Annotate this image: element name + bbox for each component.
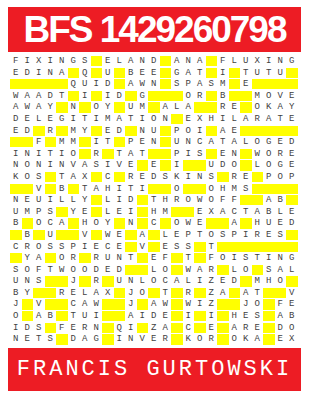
author-name: FRANCIS GURTOWSKI bbox=[17, 357, 292, 382]
grid-cell: R bbox=[56, 288, 68, 298]
grid-cell: L bbox=[137, 276, 149, 286]
block-cell bbox=[22, 79, 34, 89]
grid-cell: X bbox=[206, 207, 218, 217]
grid-cell: T bbox=[56, 91, 68, 101]
grid-cell: A bbox=[33, 253, 45, 263]
grid-cell: O bbox=[206, 195, 218, 205]
grid-cell: P bbox=[33, 207, 45, 217]
block-cell bbox=[171, 114, 183, 124]
block-cell bbox=[91, 230, 103, 240]
grid-cell: I bbox=[45, 56, 57, 66]
grid-cell: I bbox=[102, 91, 114, 101]
block-cell bbox=[206, 68, 218, 78]
block-cell bbox=[263, 126, 275, 136]
block-cell bbox=[286, 184, 298, 194]
block-cell bbox=[114, 288, 126, 298]
block-cell bbox=[148, 91, 160, 101]
grid-cell: I bbox=[183, 311, 195, 321]
book-cover: { "page": { "title": "BFS 1429260798", "… bbox=[0, 0, 309, 400]
grid-cell: B bbox=[286, 311, 298, 321]
grid-cell: R bbox=[194, 91, 206, 101]
block-cell bbox=[194, 253, 206, 263]
grid-cell: V bbox=[286, 288, 298, 298]
grid-cell: Z bbox=[206, 276, 218, 286]
grid-cell: D bbox=[148, 172, 160, 182]
grid-cell: M bbox=[252, 91, 264, 101]
grid-cell: O bbox=[22, 160, 34, 170]
block-cell bbox=[194, 102, 206, 112]
block-cell bbox=[137, 265, 149, 275]
grid-cell: T bbox=[240, 207, 252, 217]
grid-cell: E bbox=[217, 276, 229, 286]
grid-cell: N bbox=[56, 56, 68, 66]
grid-cell: O bbox=[91, 102, 103, 112]
grid-cell: E bbox=[10, 126, 22, 136]
grid-cell: I bbox=[137, 114, 149, 124]
grid-cell: D bbox=[10, 114, 22, 124]
grid-cell: P bbox=[286, 172, 298, 182]
block-cell bbox=[160, 137, 172, 147]
grid-cell: I bbox=[102, 160, 114, 170]
grid-cell: E bbox=[22, 195, 34, 205]
block-cell bbox=[240, 149, 252, 159]
block-cell bbox=[114, 172, 126, 182]
grid-cell: E bbox=[206, 323, 218, 333]
grid-cell: A bbox=[56, 68, 68, 78]
grid-cell: U bbox=[114, 276, 126, 286]
grid-cell: E bbox=[286, 149, 298, 159]
grid-cell: I bbox=[137, 311, 149, 321]
grid-cell: M bbox=[68, 126, 80, 136]
grid-cell: I bbox=[114, 184, 126, 194]
block-cell bbox=[275, 126, 287, 136]
grid-cell: I bbox=[183, 149, 195, 159]
grid-cell: A bbox=[240, 288, 252, 298]
grid-cell: S bbox=[91, 160, 103, 170]
block-cell bbox=[56, 311, 68, 321]
grid-cell: A bbox=[160, 102, 172, 112]
grid-cell: J bbox=[125, 288, 137, 298]
grid-cell: O bbox=[206, 230, 218, 240]
grid-cell: M bbox=[229, 184, 241, 194]
grid-cell: A bbox=[217, 288, 229, 298]
block-cell bbox=[160, 149, 172, 159]
grid-cell: E bbox=[263, 230, 275, 240]
grid-cell: H bbox=[263, 276, 275, 286]
grid-cell: K bbox=[10, 172, 22, 182]
grid-cell: E bbox=[91, 242, 103, 252]
grid-cell: A bbox=[229, 218, 241, 228]
grid-cell: E bbox=[22, 334, 34, 344]
block-cell bbox=[171, 207, 183, 217]
grid-cell: F bbox=[229, 195, 241, 205]
grid-cell: E bbox=[229, 102, 241, 112]
grid-cell: M bbox=[56, 137, 68, 147]
block-cell bbox=[56, 126, 68, 136]
grid-cell: U bbox=[45, 230, 57, 240]
block-cell bbox=[91, 56, 103, 66]
grid-cell: O bbox=[263, 160, 275, 170]
block-cell bbox=[286, 79, 298, 89]
grid-cell: V bbox=[33, 299, 45, 309]
block-cell bbox=[160, 184, 172, 194]
grid-cell: S bbox=[10, 265, 22, 275]
grid-cell: A bbox=[252, 207, 264, 217]
block-cell bbox=[125, 230, 137, 240]
grid-cell: N bbox=[137, 126, 149, 136]
grid-cell: X bbox=[194, 114, 206, 124]
grid-cell: A bbox=[275, 265, 287, 275]
grid-cell: J bbox=[125, 299, 137, 309]
grid-cell: R bbox=[45, 126, 57, 136]
grid-cell: R bbox=[91, 276, 103, 286]
grid-cell: A bbox=[171, 276, 183, 286]
grid-cell: T bbox=[206, 242, 218, 252]
block-cell bbox=[183, 160, 195, 170]
grid-cell: J bbox=[10, 299, 22, 309]
grid-cell: N bbox=[114, 253, 126, 263]
grid-cell: M bbox=[22, 207, 34, 217]
grid-cell: C bbox=[194, 137, 206, 147]
grid-cell: O bbox=[148, 114, 160, 124]
grid-cell: Y bbox=[79, 126, 91, 136]
block-cell bbox=[45, 253, 57, 263]
block-cell bbox=[148, 184, 160, 194]
grid-cell: E bbox=[148, 334, 160, 344]
grid-cell: R bbox=[240, 323, 252, 333]
block-cell bbox=[263, 79, 275, 89]
grid-cell: S bbox=[171, 242, 183, 252]
block-cell bbox=[10, 253, 22, 263]
block-cell bbox=[263, 184, 275, 194]
grid-cell: I bbox=[194, 276, 206, 286]
grid-cell: T bbox=[33, 334, 45, 344]
block-cell bbox=[206, 91, 218, 101]
block-cell bbox=[125, 126, 137, 136]
grid-cell: A bbox=[33, 311, 45, 321]
grid-cell: V bbox=[275, 91, 287, 101]
grid-cell: S bbox=[56, 242, 68, 252]
grid-cell: W bbox=[137, 79, 149, 89]
block-cell bbox=[33, 230, 45, 240]
grid-cell: B bbox=[10, 288, 22, 298]
grid-cell: A bbox=[125, 79, 137, 89]
grid-cell: N bbox=[160, 114, 172, 124]
grid-cell: C bbox=[148, 218, 160, 228]
grid-cell: U bbox=[125, 102, 137, 112]
grid-cell: B bbox=[45, 311, 57, 321]
block-cell bbox=[91, 91, 103, 101]
grid-cell: T bbox=[68, 311, 80, 321]
block-cell bbox=[56, 299, 68, 309]
grid-cell: E bbox=[286, 91, 298, 101]
grid-cell: G bbox=[286, 253, 298, 263]
grid-cell: J bbox=[68, 276, 80, 286]
grid-cell: O bbox=[217, 253, 229, 263]
grid-cell: B bbox=[22, 230, 34, 240]
grid-cell: R bbox=[229, 172, 241, 182]
grid-cell: N bbox=[275, 253, 287, 263]
grid-cell: E bbox=[137, 172, 149, 182]
block-cell bbox=[171, 334, 183, 344]
grid-cell: O bbox=[263, 91, 275, 101]
grid-cell: R bbox=[91, 253, 103, 263]
grid-cell: R bbox=[171, 195, 183, 205]
grid-cell: L bbox=[56, 195, 68, 205]
grid-cell: D bbox=[22, 323, 34, 333]
grid-cell: P bbox=[171, 126, 183, 136]
grid-cell: E bbox=[240, 311, 252, 321]
grid-cell: D bbox=[148, 56, 160, 66]
block-cell bbox=[102, 276, 114, 286]
grid-cell: E bbox=[45, 114, 57, 124]
grid-cell: M bbox=[68, 137, 80, 147]
grid-cell: D bbox=[102, 79, 114, 89]
grid-cell: A bbox=[229, 323, 241, 333]
grid-cell: I bbox=[68, 114, 80, 124]
grid-cell: L bbox=[160, 230, 172, 240]
block-cell bbox=[194, 242, 206, 252]
grid-cell: Y bbox=[22, 253, 34, 263]
grid-cell: L bbox=[171, 102, 183, 112]
grid-cell: B bbox=[275, 195, 287, 205]
grid-cell: O bbox=[252, 102, 264, 112]
block-cell bbox=[114, 137, 126, 147]
grid-cell: L bbox=[183, 276, 195, 286]
grid-cell: L bbox=[68, 195, 80, 205]
grid-cell: U bbox=[33, 195, 45, 205]
block-cell bbox=[137, 218, 149, 228]
grid-cell: G bbox=[286, 56, 298, 66]
block-cell bbox=[125, 242, 137, 252]
grid-cell: R bbox=[275, 149, 287, 159]
grid-cell: G bbox=[137, 91, 149, 101]
grid-cell: Q bbox=[114, 323, 126, 333]
grid-cell: E bbox=[240, 79, 252, 89]
grid-cell: E bbox=[102, 126, 114, 136]
block-cell bbox=[148, 288, 160, 298]
grid-cell: T bbox=[252, 253, 264, 263]
grid-cell: A bbox=[229, 137, 241, 147]
grid-cell: K bbox=[183, 334, 195, 344]
grid-cell: A bbox=[275, 102, 287, 112]
grid-cell: N bbox=[33, 160, 45, 170]
block-cell bbox=[263, 323, 275, 333]
grid-cell: E bbox=[102, 56, 114, 66]
grid-cell: D bbox=[114, 265, 126, 275]
grid-cell: A bbox=[125, 56, 137, 66]
grid-cell: U bbox=[102, 253, 114, 263]
grid-cell: A bbox=[56, 218, 68, 228]
grid-cell: Y bbox=[102, 218, 114, 228]
grid-cell: O bbox=[33, 242, 45, 252]
grid-cell: W bbox=[22, 102, 34, 112]
grid-cell: E bbox=[286, 114, 298, 124]
block-cell bbox=[240, 126, 252, 136]
grid-cell: I bbox=[217, 114, 229, 124]
grid-cell: U bbox=[171, 137, 183, 147]
grid-cell: Y bbox=[45, 102, 57, 112]
grid-cell: F bbox=[217, 195, 229, 205]
block-cell bbox=[171, 91, 183, 101]
grid-cell: O bbox=[252, 137, 264, 147]
block-cell bbox=[252, 126, 264, 136]
grid-cell: O bbox=[275, 172, 287, 182]
grid-cell: E bbox=[79, 207, 91, 217]
grid-cell: M bbox=[137, 102, 149, 112]
block-cell bbox=[148, 230, 160, 240]
grid-cell: I bbox=[206, 311, 218, 321]
grid-cell: N bbox=[22, 276, 34, 286]
block-cell bbox=[91, 68, 103, 78]
grid-cell: E bbox=[240, 172, 252, 182]
grid-cell: N bbox=[229, 149, 241, 159]
block-cell bbox=[171, 299, 183, 309]
grid-cell: O bbox=[229, 160, 241, 170]
grid-cell: A bbox=[217, 207, 229, 217]
block-cell bbox=[171, 265, 183, 275]
grid-cell: N bbox=[91, 323, 103, 333]
grid-cell: G bbox=[275, 160, 287, 170]
grid-cell: A bbox=[148, 299, 160, 309]
block-cell bbox=[229, 79, 241, 89]
grid-cell: L bbox=[252, 160, 264, 170]
page-title: BFS 1429260798 bbox=[23, 9, 285, 51]
grid-cell: N bbox=[22, 149, 34, 159]
grid-cell: Z bbox=[206, 288, 218, 298]
grid-cell: E bbox=[148, 160, 160, 170]
grid-cell: S bbox=[275, 230, 287, 240]
grid-cell: T bbox=[194, 230, 206, 240]
block-cell bbox=[10, 184, 22, 194]
grid-cell: A bbox=[263, 114, 275, 124]
grid-cell: B bbox=[10, 218, 22, 228]
grid-cell: O bbox=[183, 91, 195, 101]
grid-cell: O bbox=[148, 276, 160, 286]
grid-cell: A bbox=[194, 265, 206, 275]
grid-cell: A bbox=[79, 160, 91, 170]
block-cell bbox=[91, 195, 103, 205]
grid-cell: A bbox=[33, 91, 45, 101]
block-cell bbox=[68, 218, 80, 228]
block-cell bbox=[275, 184, 287, 194]
grid-cell: S bbox=[45, 242, 57, 252]
grid-cell: Y bbox=[68, 207, 80, 217]
block-cell bbox=[148, 102, 160, 112]
grid-cell: R bbox=[22, 242, 34, 252]
grid-cell: A bbox=[79, 299, 91, 309]
grid-cell: O bbox=[183, 195, 195, 205]
grid-cell: W bbox=[183, 299, 195, 309]
grid-cell: T bbox=[79, 184, 91, 194]
grid-cell: F bbox=[206, 253, 218, 263]
grid-cell: L bbox=[102, 195, 114, 205]
block-cell bbox=[79, 102, 91, 112]
grid-cell: A bbox=[194, 56, 206, 66]
block-cell bbox=[275, 288, 287, 298]
block-cell bbox=[45, 184, 57, 194]
grid-cell: E bbox=[102, 265, 114, 275]
block-cell bbox=[114, 68, 126, 78]
grid-cell: L bbox=[275, 207, 287, 217]
grid-cell: I bbox=[194, 299, 206, 309]
block-cell bbox=[68, 68, 80, 78]
grid-cell: R bbox=[91, 149, 103, 159]
grid-cell: I bbox=[114, 334, 126, 344]
grid-cell: M bbox=[217, 79, 229, 89]
block-cell bbox=[22, 299, 34, 309]
grid-cell: V bbox=[33, 184, 45, 194]
grid-cell: D bbox=[275, 323, 287, 333]
grid-cell: G bbox=[171, 68, 183, 78]
grid-cell: A bbox=[114, 114, 126, 124]
grid-cell: H bbox=[148, 207, 160, 217]
grid-cell: O bbox=[68, 265, 80, 275]
grid-cell: R bbox=[206, 265, 218, 275]
grid-cell: N bbox=[148, 79, 160, 89]
grid-cell: C bbox=[160, 276, 172, 286]
grid-cell: G bbox=[91, 334, 103, 344]
block-cell bbox=[45, 137, 57, 147]
grid-cell: K bbox=[171, 172, 183, 182]
block-cell bbox=[137, 207, 149, 217]
block-cell bbox=[183, 184, 195, 194]
block-cell bbox=[148, 242, 160, 252]
block-cell bbox=[114, 218, 126, 228]
block-cell bbox=[68, 91, 80, 101]
block-cell bbox=[171, 311, 183, 321]
grid-cell: O bbox=[263, 149, 275, 159]
grid-cell: P bbox=[263, 172, 275, 182]
block-cell bbox=[263, 311, 275, 321]
grid-cell: I bbox=[45, 195, 57, 205]
block-cell bbox=[217, 311, 229, 321]
grid-cell: A bbox=[10, 102, 22, 112]
grid-cell: G bbox=[263, 137, 275, 147]
grid-cell: E bbox=[275, 137, 287, 147]
grid-cell: I bbox=[56, 149, 68, 159]
grid-cell: R bbox=[217, 102, 229, 112]
grid-cell: D bbox=[22, 68, 34, 78]
block-cell bbox=[194, 160, 206, 170]
grid-cell: O bbox=[137, 288, 149, 298]
grid-cell: A bbox=[22, 91, 34, 101]
grid-cell: D bbox=[45, 91, 57, 101]
block-cell bbox=[252, 79, 264, 89]
grid-cell: E bbox=[217, 149, 229, 159]
grid-cell: E bbox=[286, 160, 298, 170]
grid-cell: T bbox=[148, 195, 160, 205]
block-cell bbox=[229, 242, 241, 252]
grid-cell: A bbox=[263, 195, 275, 205]
block-cell bbox=[125, 265, 137, 275]
grid-cell: U bbox=[240, 56, 252, 66]
grid-cell: F bbox=[56, 323, 68, 333]
block-cell bbox=[114, 299, 126, 309]
block-cell bbox=[160, 218, 172, 228]
grid-cell: T bbox=[45, 149, 57, 159]
block-cell bbox=[240, 160, 252, 170]
grid-cell: N bbox=[148, 137, 160, 147]
grid-cell: Z bbox=[206, 299, 218, 309]
grid-cell: L bbox=[79, 288, 91, 298]
grid-cell: N bbox=[137, 56, 149, 66]
block-cell bbox=[275, 242, 287, 252]
block-cell bbox=[263, 288, 275, 298]
grid-cell: T bbox=[240, 68, 252, 78]
grid-cell: T bbox=[194, 68, 206, 78]
block-cell bbox=[206, 126, 218, 136]
